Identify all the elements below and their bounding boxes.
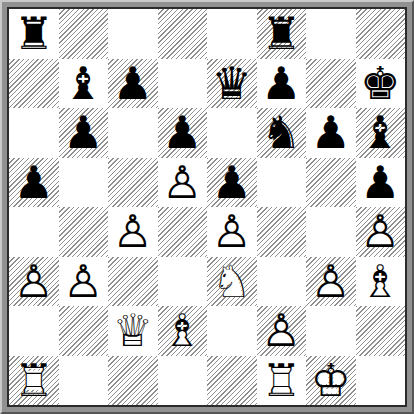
square-g5[interactable] bbox=[306, 158, 356, 208]
square-d3[interactable] bbox=[158, 257, 208, 307]
square-a8[interactable]: ♜ bbox=[9, 9, 59, 59]
square-g7[interactable] bbox=[306, 59, 356, 109]
square-d6[interactable]: ♟ bbox=[158, 108, 208, 158]
white-knight-e3[interactable]: ♞♘ bbox=[207, 257, 257, 307]
square-g4[interactable] bbox=[306, 207, 356, 257]
white-pawn-g3[interactable]: ♟♙ bbox=[306, 257, 356, 307]
black-pawn-f7[interactable]: ♟ bbox=[257, 59, 307, 109]
square-f5[interactable] bbox=[257, 158, 307, 208]
square-e6[interactable] bbox=[207, 108, 257, 158]
square-g3[interactable]: ♟♙ bbox=[306, 257, 356, 307]
black-piece-glyph: ♝ bbox=[356, 108, 406, 158]
black-pawn-a5[interactable]: ♟ bbox=[9, 158, 59, 208]
black-rook-a8[interactable]: ♜ bbox=[9, 9, 59, 59]
white-piece-outline-glyph: ♗ bbox=[158, 306, 208, 356]
black-piece-glyph: ♜ bbox=[257, 9, 307, 59]
square-f3[interactable] bbox=[257, 257, 307, 307]
white-piece-outline-glyph: ♙ bbox=[356, 207, 406, 257]
square-f7[interactable]: ♟ bbox=[257, 59, 307, 109]
square-e1[interactable] bbox=[207, 356, 257, 406]
square-a1[interactable]: ♜♖ bbox=[9, 356, 59, 406]
white-piece-outline-glyph: ♘ bbox=[207, 257, 257, 307]
black-pawn-d6[interactable]: ♟ bbox=[158, 108, 208, 158]
square-b5[interactable] bbox=[59, 158, 109, 208]
square-h4[interactable]: ♟♙ bbox=[356, 207, 406, 257]
black-piece-glyph: ♟ bbox=[108, 59, 158, 109]
black-piece-glyph: ♛ bbox=[207, 59, 257, 109]
square-e8[interactable] bbox=[207, 9, 257, 59]
square-c7[interactable]: ♟ bbox=[108, 59, 158, 109]
black-bishop-b7[interactable]: ♝ bbox=[59, 59, 109, 109]
square-h7[interactable]: ♚ bbox=[356, 59, 406, 109]
black-piece-glyph: ♞ bbox=[257, 108, 307, 158]
white-rook-a1[interactable]: ♜♖ bbox=[9, 356, 59, 406]
square-g1[interactable]: ♚♔ bbox=[306, 356, 356, 406]
black-bishop-h6[interactable]: ♝ bbox=[356, 108, 406, 158]
square-g8[interactable] bbox=[306, 9, 356, 59]
black-piece-glyph: ♟ bbox=[9, 158, 59, 208]
black-pawn-c7[interactable]: ♟ bbox=[108, 59, 158, 109]
black-pawn-e5[interactable]: ♟ bbox=[207, 158, 257, 208]
square-h8[interactable] bbox=[356, 9, 406, 59]
white-piece-outline-glyph: ♙ bbox=[9, 257, 59, 307]
square-f2[interactable]: ♟♙ bbox=[257, 306, 307, 356]
square-b7[interactable]: ♝ bbox=[59, 59, 109, 109]
square-a2[interactable] bbox=[9, 306, 59, 356]
black-king-h7[interactable]: ♚ bbox=[356, 59, 406, 109]
square-c5[interactable] bbox=[108, 158, 158, 208]
square-d7[interactable] bbox=[158, 59, 208, 109]
square-c2[interactable]: ♛♕ bbox=[108, 306, 158, 356]
square-g6[interactable]: ♟ bbox=[306, 108, 356, 158]
white-piece-outline-glyph: ♙ bbox=[207, 207, 257, 257]
black-pawn-h5[interactable]: ♟ bbox=[356, 158, 406, 208]
square-a3[interactable]: ♟♙ bbox=[9, 257, 59, 307]
square-b6[interactable]: ♟ bbox=[59, 108, 109, 158]
white-piece-outline-glyph: ♙ bbox=[306, 257, 356, 307]
square-h6[interactable]: ♝ bbox=[356, 108, 406, 158]
square-f8[interactable]: ♜ bbox=[257, 9, 307, 59]
square-e7[interactable]: ♛ bbox=[207, 59, 257, 109]
white-piece-outline-glyph: ♙ bbox=[108, 207, 158, 257]
square-a4[interactable] bbox=[9, 207, 59, 257]
white-pawn-d5[interactable]: ♟♙ bbox=[158, 158, 208, 208]
square-b3[interactable]: ♟♙ bbox=[59, 257, 109, 307]
square-g2[interactable] bbox=[306, 306, 356, 356]
black-piece-glyph: ♟ bbox=[158, 108, 208, 158]
square-d5[interactable]: ♟♙ bbox=[158, 158, 208, 208]
white-pawn-b3[interactable]: ♟♙ bbox=[59, 257, 109, 307]
chess-board: ♜♜♝♟♛♟♚♟♟♞♟♝♟♟♙♟♟♟♙♟♙♟♙♟♙♟♙♞♘♟♙♝♗♛♕♝♗♟♙♜… bbox=[7, 7, 407, 407]
square-d4[interactable] bbox=[158, 207, 208, 257]
white-piece-outline-glyph: ♙ bbox=[257, 306, 307, 356]
black-rook-f8[interactable]: ♜ bbox=[257, 9, 307, 59]
square-b2[interactable] bbox=[59, 306, 109, 356]
square-b1[interactable] bbox=[59, 356, 109, 406]
board-frame: ♜♜♝♟♛♟♚♟♟♞♟♝♟♟♙♟♟♟♙♟♙♟♙♟♙♟♙♞♘♟♙♝♗♛♕♝♗♟♙♜… bbox=[0, 0, 414, 414]
white-pawn-f2[interactable]: ♟♙ bbox=[257, 306, 307, 356]
square-e3[interactable]: ♞♘ bbox=[207, 257, 257, 307]
white-bishop-h3[interactable]: ♝♗ bbox=[356, 257, 406, 307]
black-pawn-b6[interactable]: ♟ bbox=[59, 108, 109, 158]
square-b4[interactable] bbox=[59, 207, 109, 257]
white-pawn-c4[interactable]: ♟♙ bbox=[108, 207, 158, 257]
black-queen-e7[interactable]: ♛ bbox=[207, 59, 257, 109]
white-queen-c2[interactable]: ♛♕ bbox=[108, 306, 158, 356]
square-f6[interactable]: ♞ bbox=[257, 108, 307, 158]
square-e2[interactable] bbox=[207, 306, 257, 356]
white-piece-outline-glyph: ♕ bbox=[108, 306, 158, 356]
white-piece-outline-glyph: ♖ bbox=[257, 356, 307, 406]
white-piece-outline-glyph: ♖ bbox=[9, 356, 59, 406]
square-f4[interactable] bbox=[257, 207, 307, 257]
white-pawn-e4[interactable]: ♟♙ bbox=[207, 207, 257, 257]
black-knight-f6[interactable]: ♞ bbox=[257, 108, 307, 158]
white-rook-f1[interactable]: ♜♖ bbox=[257, 356, 307, 406]
square-d1[interactable] bbox=[158, 356, 208, 406]
white-pawn-h4[interactable]: ♟♙ bbox=[356, 207, 406, 257]
square-c8[interactable] bbox=[108, 9, 158, 59]
square-h5[interactable]: ♟ bbox=[356, 158, 406, 208]
square-d2[interactable]: ♝♗ bbox=[158, 306, 208, 356]
square-d8[interactable] bbox=[158, 9, 208, 59]
square-e5[interactable]: ♟ bbox=[207, 158, 257, 208]
square-c6[interactable] bbox=[108, 108, 158, 158]
white-piece-outline-glyph: ♗ bbox=[356, 257, 406, 307]
white-piece-outline-glyph: ♙ bbox=[158, 158, 208, 208]
black-piece-glyph: ♟ bbox=[306, 108, 356, 158]
square-h3[interactable]: ♝♗ bbox=[356, 257, 406, 307]
white-king-g1[interactable]: ♚♔ bbox=[306, 356, 356, 406]
square-c1[interactable] bbox=[108, 356, 158, 406]
square-c3[interactable] bbox=[108, 257, 158, 307]
white-piece-outline-glyph: ♙ bbox=[59, 257, 109, 307]
square-h2[interactable] bbox=[356, 306, 406, 356]
black-piece-glyph: ♚ bbox=[356, 59, 406, 109]
black-piece-glyph: ♟ bbox=[356, 158, 406, 208]
white-bishop-d2[interactable]: ♝♗ bbox=[158, 306, 208, 356]
square-e4[interactable]: ♟♙ bbox=[207, 207, 257, 257]
black-piece-glyph: ♟ bbox=[207, 158, 257, 208]
square-c4[interactable]: ♟♙ bbox=[108, 207, 158, 257]
white-piece-outline-glyph: ♔ bbox=[306, 356, 356, 406]
black-piece-glyph: ♜ bbox=[9, 9, 59, 59]
square-b8[interactable] bbox=[59, 9, 109, 59]
white-pawn-a3[interactable]: ♟♙ bbox=[9, 257, 59, 307]
square-a5[interactable]: ♟ bbox=[9, 158, 59, 208]
black-piece-glyph: ♟ bbox=[257, 59, 307, 109]
black-piece-glyph: ♟ bbox=[59, 108, 109, 158]
square-a6[interactable] bbox=[9, 108, 59, 158]
square-h1[interactable] bbox=[356, 356, 406, 406]
black-piece-glyph: ♝ bbox=[59, 59, 109, 109]
square-f1[interactable]: ♜♖ bbox=[257, 356, 307, 406]
square-a7[interactable] bbox=[9, 59, 59, 109]
black-pawn-g6[interactable]: ♟ bbox=[306, 108, 356, 158]
